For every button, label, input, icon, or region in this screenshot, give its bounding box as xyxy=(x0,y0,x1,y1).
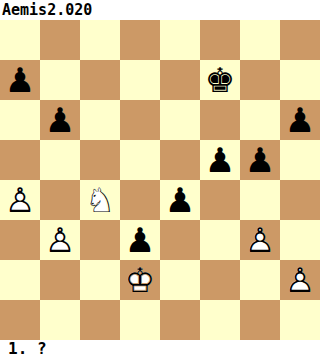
square-e6[interactable] xyxy=(160,100,200,140)
piece-white-pawn: ♟♙ xyxy=(240,220,280,260)
square-e8[interactable] xyxy=(160,20,200,60)
square-a3[interactable] xyxy=(0,220,40,260)
piece-black-pawn: ♟ xyxy=(280,100,320,140)
square-b6[interactable]: ♟ xyxy=(40,100,80,140)
square-b2[interactable] xyxy=(40,260,80,300)
move-prompt: 1. ? xyxy=(8,339,47,358)
square-f4[interactable] xyxy=(200,180,240,220)
piece-outline: ♙ xyxy=(285,263,315,297)
square-e7[interactable] xyxy=(160,60,200,100)
square-b8[interactable] xyxy=(40,20,80,60)
square-g3[interactable]: ♟♙ xyxy=(240,220,280,260)
square-a5[interactable] xyxy=(0,140,40,180)
piece-outline: ♔ xyxy=(125,263,155,297)
square-f2[interactable] xyxy=(200,260,240,300)
square-d3[interactable]: ♟ xyxy=(120,220,160,260)
square-g5[interactable]: ♟ xyxy=(240,140,280,180)
piece-glyph: ♟ xyxy=(205,143,235,177)
square-e3[interactable] xyxy=(160,220,200,260)
square-d8[interactable] xyxy=(120,20,160,60)
square-c5[interactable] xyxy=(80,140,120,180)
square-d1[interactable] xyxy=(120,300,160,340)
piece-black-pawn: ♟ xyxy=(40,100,80,140)
piece-white-pawn: ♟♙ xyxy=(280,260,320,300)
piece-glyph: ♟ xyxy=(5,63,35,97)
square-g1[interactable] xyxy=(240,300,280,340)
square-d5[interactable] xyxy=(120,140,160,180)
piece-black-pawn: ♟ xyxy=(0,60,40,100)
piece-white-knight: ♞♘ xyxy=(80,180,120,220)
square-g8[interactable] xyxy=(240,20,280,60)
square-d6[interactable] xyxy=(120,100,160,140)
square-f3[interactable] xyxy=(200,220,240,260)
square-b3[interactable]: ♟♙ xyxy=(40,220,80,260)
square-g6[interactable] xyxy=(240,100,280,140)
piece-glyph: ♟ xyxy=(245,143,275,177)
piece-black-pawn: ♟ xyxy=(200,140,240,180)
square-g4[interactable] xyxy=(240,180,280,220)
square-f7[interactable]: ♚ xyxy=(200,60,240,100)
square-h3[interactable] xyxy=(280,220,320,260)
square-a7[interactable]: ♟ xyxy=(0,60,40,100)
square-f6[interactable] xyxy=(200,100,240,140)
square-c4[interactable]: ♞♘ xyxy=(80,180,120,220)
piece-outline: ♘ xyxy=(85,183,115,217)
square-b5[interactable] xyxy=(40,140,80,180)
chess-app-window: Aemis2.020 ♟♚♟♟♟♟♟♙♞♘♟♟♙♟♟♙♚♔♟♙ 1. ? xyxy=(0,0,320,360)
square-a6[interactable] xyxy=(0,100,40,140)
piece-glyph: ♟ xyxy=(125,223,155,257)
piece-glyph: ♟ xyxy=(45,103,75,137)
square-c3[interactable] xyxy=(80,220,120,260)
square-h6[interactable]: ♟ xyxy=(280,100,320,140)
square-e1[interactable] xyxy=(160,300,200,340)
square-d7[interactable] xyxy=(120,60,160,100)
square-b4[interactable] xyxy=(40,180,80,220)
square-c7[interactable] xyxy=(80,60,120,100)
square-h7[interactable] xyxy=(280,60,320,100)
square-c1[interactable] xyxy=(80,300,120,340)
square-e2[interactable] xyxy=(160,260,200,300)
piece-black-pawn: ♟ xyxy=(120,220,160,260)
piece-white-king: ♚♔ xyxy=(120,260,160,300)
square-a1[interactable] xyxy=(0,300,40,340)
square-h1[interactable] xyxy=(280,300,320,340)
page-title: Aemis2.020 xyxy=(2,1,92,19)
square-c6[interactable] xyxy=(80,100,120,140)
square-d4[interactable] xyxy=(120,180,160,220)
piece-black-king: ♚ xyxy=(200,60,240,100)
square-g7[interactable] xyxy=(240,60,280,100)
square-b1[interactable] xyxy=(40,300,80,340)
square-c8[interactable] xyxy=(80,20,120,60)
piece-glyph: ♟ xyxy=(165,183,195,217)
square-f8[interactable] xyxy=(200,20,240,60)
square-h5[interactable] xyxy=(280,140,320,180)
square-a2[interactable] xyxy=(0,260,40,300)
square-e5[interactable] xyxy=(160,140,200,180)
square-e4[interactable]: ♟ xyxy=(160,180,200,220)
piece-outline: ♙ xyxy=(245,223,275,257)
piece-white-pawn: ♟♙ xyxy=(0,180,40,220)
square-c2[interactable] xyxy=(80,260,120,300)
square-f1[interactable] xyxy=(200,300,240,340)
square-g2[interactable] xyxy=(240,260,280,300)
square-h8[interactable] xyxy=(280,20,320,60)
square-h2[interactable]: ♟♙ xyxy=(280,260,320,300)
piece-glyph: ♚ xyxy=(205,63,235,97)
square-h4[interactable] xyxy=(280,180,320,220)
square-b7[interactable] xyxy=(40,60,80,100)
piece-outline: ♙ xyxy=(45,223,75,257)
square-f5[interactable]: ♟ xyxy=(200,140,240,180)
square-a4[interactable]: ♟♙ xyxy=(0,180,40,220)
piece-black-pawn: ♟ xyxy=(160,180,200,220)
piece-glyph: ♟ xyxy=(285,103,315,137)
piece-black-pawn: ♟ xyxy=(240,140,280,180)
piece-outline: ♙ xyxy=(5,183,35,217)
chess-board: ♟♚♟♟♟♟♟♙♞♘♟♟♙♟♟♙♚♔♟♙ xyxy=(0,20,320,340)
square-a8[interactable] xyxy=(0,20,40,60)
square-d2[interactable]: ♚♔ xyxy=(120,260,160,300)
piece-white-pawn: ♟♙ xyxy=(40,220,80,260)
